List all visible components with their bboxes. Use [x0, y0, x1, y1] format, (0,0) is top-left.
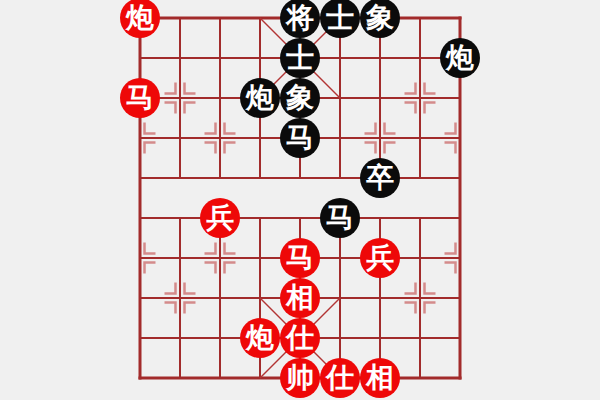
red-king-piece[interactable]: 帅	[280, 358, 320, 398]
red-soldier-piece[interactable]: 兵	[360, 238, 400, 278]
pieces-layer: 炮将士象士炮马炮象马卒兵马马兵相炮仕帅仕相	[120, 0, 480, 398]
black-elephant-piece[interactable]: 象	[360, 0, 400, 38]
red-cannon-piece[interactable]: 炮	[120, 0, 160, 38]
black-soldier-piece[interactable]: 卒	[360, 158, 400, 198]
red-advisor-piece[interactable]: 仕	[320, 358, 360, 398]
black-advisor-piece[interactable]: 士	[320, 0, 360, 38]
black-king-piece[interactable]: 将	[280, 0, 320, 38]
red-cannon-piece[interactable]: 炮	[240, 318, 280, 358]
black-cannon-piece[interactable]: 炮	[240, 78, 280, 118]
red-horse-piece[interactable]: 马	[120, 78, 160, 118]
red-horse-piece[interactable]: 马	[280, 238, 320, 278]
black-horse-piece[interactable]: 马	[280, 118, 320, 158]
black-elephant-piece[interactable]: 象	[280, 78, 320, 118]
red-elephant-piece[interactable]: 相	[360, 358, 400, 398]
black-advisor-piece[interactable]: 士	[280, 38, 320, 78]
xiangqi-board: 炮将士象士炮马炮象马卒兵马马兵相炮仕帅仕相	[0, 0, 600, 400]
red-advisor-piece[interactable]: 仕	[280, 318, 320, 358]
red-elephant-piece[interactable]: 相	[280, 278, 320, 318]
black-cannon-piece[interactable]: 炮	[440, 38, 480, 78]
red-soldier-piece[interactable]: 兵	[200, 198, 240, 238]
black-horse-piece[interactable]: 马	[320, 198, 360, 238]
